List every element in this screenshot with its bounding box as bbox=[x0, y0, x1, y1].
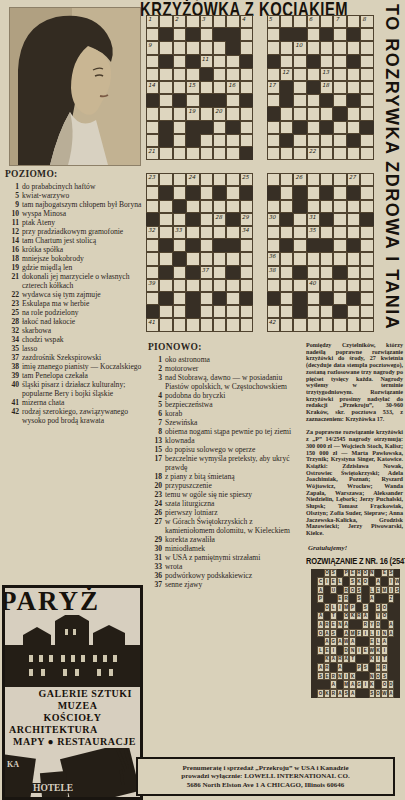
grid-cell bbox=[280, 279, 293, 292]
grid-cell bbox=[280, 173, 293, 186]
cell-number: 16 bbox=[228, 82, 235, 88]
cell-number: 36 bbox=[269, 253, 276, 259]
clue-number: 18 bbox=[5, 254, 19, 263]
cell-number: 25 bbox=[242, 174, 249, 180]
grid-cell bbox=[253, 41, 266, 54]
grid-cell bbox=[226, 107, 239, 120]
grid-cell bbox=[240, 305, 253, 318]
grid-cell bbox=[213, 226, 226, 239]
grid-cell bbox=[226, 94, 239, 107]
grid-cell bbox=[173, 41, 186, 54]
grid-cell bbox=[173, 213, 186, 226]
clue: 12 przy pradziadkowym gramofonie bbox=[5, 227, 144, 236]
clue-text: Szewińska bbox=[165, 418, 302, 427]
grid-cell bbox=[213, 94, 226, 107]
grid-cell bbox=[320, 226, 333, 239]
grid-cell: 20 bbox=[213, 107, 226, 120]
clue-text: tam najbogatszym chłopem był Boryna bbox=[22, 200, 144, 209]
grid-cell bbox=[159, 200, 172, 213]
congrats-note: Gratulujemy! bbox=[308, 544, 403, 552]
clue-number: 20 bbox=[148, 481, 162, 490]
grid-cell bbox=[173, 55, 186, 68]
clue-text: podobna do bryczki bbox=[165, 391, 302, 400]
ad-item-koscioly: KOŚCIOŁY bbox=[5, 712, 140, 724]
clue-number: 3 bbox=[148, 373, 162, 391]
grid-cell: 3 bbox=[200, 15, 213, 28]
grid-cell bbox=[267, 186, 280, 199]
clue-number: 11 bbox=[5, 218, 19, 227]
grid-cell bbox=[333, 318, 346, 331]
clue-number: 5 bbox=[5, 191, 19, 200]
grid-cell bbox=[240, 239, 253, 252]
grid-cell bbox=[360, 41, 373, 54]
clue-text: chodzi wspak bbox=[22, 335, 144, 344]
grid-cell bbox=[146, 305, 159, 318]
clue-text: śląski pisarz i działacz kulturalny; pop… bbox=[22, 380, 144, 398]
clue-text: przypuszczenie bbox=[165, 481, 302, 490]
grid-cell: 4 bbox=[240, 15, 253, 28]
ad-item-hotele: HOTELE bbox=[29, 783, 77, 793]
cell-number: 17 bbox=[269, 82, 276, 88]
grid-cell bbox=[200, 41, 213, 54]
grid-cell bbox=[347, 15, 360, 28]
solution-cell bbox=[394, 603, 400, 612]
clue-number: 18 bbox=[148, 472, 162, 481]
clue-number: 27 bbox=[148, 517, 162, 535]
grid-cell bbox=[280, 28, 293, 41]
grid-cell bbox=[253, 200, 266, 213]
clue-number: 42 bbox=[5, 407, 19, 425]
portrait-photo bbox=[10, 8, 140, 165]
grid-cell bbox=[267, 68, 280, 81]
grid-cell bbox=[240, 147, 253, 160]
clue-number: 23 bbox=[148, 490, 162, 499]
grid-cell bbox=[320, 28, 333, 41]
clue-text: nad Stobrawą, dawno — w posiadaniu Piast… bbox=[165, 373, 302, 391]
grid-cell bbox=[360, 134, 373, 147]
grid-cell bbox=[173, 318, 186, 331]
grid-cell bbox=[293, 134, 306, 147]
ad-title: PARYŻ bbox=[2, 588, 140, 615]
grid-cell bbox=[186, 15, 199, 28]
grid-cell bbox=[200, 305, 213, 318]
grid-cell bbox=[293, 239, 306, 252]
clue-text: ptak Ateny bbox=[22, 218, 144, 227]
grid-cell bbox=[173, 68, 186, 81]
clue: 20 przypuszczenie bbox=[148, 481, 302, 490]
grid-cell bbox=[213, 15, 226, 28]
across-header: POZIOMO: bbox=[5, 169, 144, 179]
clue: 40 śląski pisarz i działacz kulturalny; … bbox=[5, 380, 144, 398]
grid-cell bbox=[186, 318, 199, 331]
grid-cell bbox=[200, 81, 213, 94]
grid-cell bbox=[159, 81, 172, 94]
grid-cell bbox=[213, 292, 226, 305]
clue-text: wydawca się tym zajmuje bbox=[22, 290, 144, 299]
clue-number: 37 bbox=[148, 580, 162, 589]
grid-cell bbox=[159, 213, 172, 226]
grid-cell bbox=[267, 173, 280, 186]
grid-cell bbox=[293, 107, 306, 120]
grid-cell bbox=[226, 213, 239, 226]
grid-cell bbox=[333, 147, 346, 160]
grid-cell bbox=[307, 305, 320, 318]
grid-cell bbox=[240, 292, 253, 305]
grid-cell bbox=[159, 252, 172, 265]
grid-cell bbox=[307, 173, 320, 186]
grid-cell: 10 bbox=[293, 41, 306, 54]
grid-cell bbox=[200, 239, 213, 252]
clue-number: 25 bbox=[5, 308, 19, 317]
clue-text: przy pradziadkowym gramofonie bbox=[22, 227, 144, 236]
grid-cell: 26 bbox=[293, 173, 306, 186]
grid-cell bbox=[159, 226, 172, 239]
clue-number: 19 bbox=[5, 263, 19, 272]
grid-cell bbox=[360, 239, 373, 252]
vertical-slogan-text: TO ROZRYWKA ZDROWA I TANIA bbox=[381, 4, 402, 330]
grid-cell bbox=[320, 173, 333, 186]
cell-number: 19 bbox=[188, 108, 195, 114]
cell-number: 26 bbox=[295, 174, 302, 180]
grid-cell: 17 bbox=[267, 81, 280, 94]
grid-cell bbox=[320, 252, 333, 265]
grid-cell bbox=[240, 186, 253, 199]
grid-cell bbox=[186, 160, 199, 173]
grid-cell bbox=[253, 186, 266, 199]
grid-cell bbox=[240, 279, 253, 292]
grid-cell bbox=[280, 292, 293, 305]
cell-number: 20 bbox=[215, 108, 222, 114]
grid-cell bbox=[293, 147, 306, 160]
grid-cell bbox=[320, 41, 333, 54]
clue: 41 mizerna chata bbox=[5, 398, 144, 407]
clue-number: 39 bbox=[5, 371, 19, 380]
grid-cell bbox=[253, 173, 266, 186]
clue-number: 6 bbox=[148, 409, 162, 418]
cell-number: 35 bbox=[309, 227, 316, 233]
grid-cell bbox=[146, 134, 159, 147]
clue-number: 33 bbox=[148, 562, 162, 571]
grid-cell bbox=[333, 107, 346, 120]
clue-text: kwiat-warzywo bbox=[22, 191, 144, 200]
clue-number: 37 bbox=[5, 353, 19, 362]
grid-cell bbox=[159, 305, 172, 318]
clue: 37 zazdrośnik Szekspirowski bbox=[5, 353, 144, 362]
grid-cell bbox=[253, 134, 266, 147]
solution-cell bbox=[394, 663, 400, 672]
clue: 2 motorower bbox=[148, 364, 302, 373]
clue-number: 17 bbox=[148, 454, 162, 472]
clue: 37 senne zjawy bbox=[148, 580, 302, 589]
grid-cell bbox=[173, 186, 186, 199]
grid-cell bbox=[186, 121, 199, 134]
grid-cell bbox=[267, 134, 280, 147]
grid-cell bbox=[253, 68, 266, 81]
grid-cell bbox=[360, 107, 373, 120]
grid-cell bbox=[360, 292, 373, 305]
clue-text: do popisu solowego w operze bbox=[165, 445, 302, 454]
clue: 29 korekta zawaliła bbox=[148, 535, 302, 544]
cell-number: 10 bbox=[295, 42, 302, 48]
clue: 18 z piany z bitą śmietaną bbox=[148, 472, 302, 481]
grid-cell bbox=[200, 173, 213, 186]
grid-cell bbox=[200, 68, 213, 81]
grid-cell bbox=[213, 121, 226, 134]
grid-cell bbox=[213, 160, 226, 173]
grid-cell bbox=[146, 94, 159, 107]
grid-cell bbox=[253, 107, 266, 120]
grid-cell bbox=[159, 266, 172, 279]
grid-cell bbox=[307, 41, 320, 54]
clue: 1 oko astronoma bbox=[148, 355, 302, 364]
grid-cell: 16 bbox=[226, 81, 239, 94]
grid-cell bbox=[360, 160, 373, 173]
cell-number: 14 bbox=[148, 82, 155, 88]
grid-cell bbox=[253, 266, 266, 279]
grid-cell bbox=[347, 213, 360, 226]
ad-item-galerie-sztuki: GALERIE SZTUKI bbox=[5, 688, 140, 700]
grid-cell bbox=[253, 121, 266, 134]
grid-cell: 14 bbox=[146, 81, 159, 94]
grid-cell: 19 bbox=[186, 107, 199, 120]
grid-cell bbox=[333, 200, 346, 213]
grid-cell bbox=[333, 134, 346, 147]
grid-cell bbox=[253, 305, 266, 318]
clue: 4 podobna do bryczki bbox=[148, 391, 302, 400]
grid-cell bbox=[293, 318, 306, 331]
grid-cell bbox=[226, 55, 239, 68]
grid-cell bbox=[347, 318, 360, 331]
grid-cell bbox=[347, 68, 360, 81]
clue-number: 32 bbox=[5, 326, 19, 335]
grid-cell bbox=[347, 226, 360, 239]
grid-cell bbox=[267, 239, 280, 252]
grid-cell bbox=[213, 134, 226, 147]
solution-cell: W bbox=[394, 577, 400, 586]
clue-number: 7 bbox=[148, 418, 162, 427]
clue-text: skarbowa bbox=[22, 326, 144, 335]
grid-cell bbox=[347, 266, 360, 279]
grid-cell bbox=[293, 292, 306, 305]
cell-number: 24 bbox=[188, 174, 195, 180]
grid-cell bbox=[240, 81, 253, 94]
grid-cell bbox=[226, 134, 239, 147]
grid-cell bbox=[226, 226, 239, 239]
grid-cell bbox=[280, 266, 293, 279]
grid-cell bbox=[360, 121, 373, 134]
grid-cell bbox=[320, 121, 333, 134]
clue: 36 podwórkowy podskakiewicz bbox=[148, 571, 302, 580]
grid-cell bbox=[293, 279, 306, 292]
clue-number: 14 bbox=[5, 236, 19, 245]
clue: 14 tam Chartum jest stolicą bbox=[5, 236, 144, 245]
grid-cell bbox=[240, 55, 253, 68]
clue: 35 lasso bbox=[5, 344, 144, 353]
clue-text: tam Chartum jest stolicą bbox=[22, 236, 144, 245]
grid-cell bbox=[213, 318, 226, 331]
clue: 17 bezczelnie wymyśla preteksty, aby ukr… bbox=[148, 454, 302, 472]
grid-cell bbox=[280, 318, 293, 331]
grid-cell bbox=[333, 213, 346, 226]
grid-cell bbox=[280, 186, 293, 199]
solution-grid: OSPERONESCIELSKOAIWAUROSLEMISPERSAZOLIMP… bbox=[311, 569, 403, 698]
clue-text: szata liturgiczna bbox=[165, 499, 302, 508]
clue-number: 23 bbox=[5, 299, 19, 308]
cell-number: 4 bbox=[242, 16, 246, 22]
grid-cell bbox=[226, 318, 239, 331]
grid-cell bbox=[213, 68, 226, 81]
grid-cell bbox=[333, 121, 346, 134]
grid-cell: 25 bbox=[240, 173, 253, 186]
grid-cell bbox=[213, 279, 226, 292]
grid-cell bbox=[267, 147, 280, 160]
cell-number: 13 bbox=[322, 69, 329, 75]
grid-cell bbox=[159, 94, 172, 107]
grid-cell bbox=[320, 292, 333, 305]
cell-number: 11 bbox=[202, 56, 209, 62]
clue-text: gdzie międlą len bbox=[22, 263, 144, 272]
grid-cell bbox=[146, 252, 159, 265]
grid-cell bbox=[226, 68, 239, 81]
grid-cell bbox=[240, 160, 253, 173]
grid-cell bbox=[159, 15, 172, 28]
clue-text: z piany z bitą śmietaną bbox=[165, 472, 302, 481]
cell-number: 27 bbox=[349, 174, 356, 180]
grid-cell bbox=[213, 28, 226, 41]
grid-cell bbox=[320, 305, 333, 318]
grid-cell bbox=[280, 226, 293, 239]
grid-cell bbox=[240, 41, 253, 54]
grid-cell bbox=[280, 252, 293, 265]
clue-text: miniodłamek bbox=[165, 544, 302, 553]
clue: 10 wyspa Minosa bbox=[5, 209, 144, 218]
grid-cell bbox=[186, 200, 199, 213]
grid-cell bbox=[200, 213, 213, 226]
clue-number: 1 bbox=[148, 355, 162, 364]
grid-cell bbox=[253, 318, 266, 331]
clue: 38 imię znanego pianisty — Koczalskiego bbox=[5, 362, 144, 371]
grid-cell bbox=[253, 226, 266, 239]
cell-number: 6 bbox=[309, 16, 313, 22]
clue-number: 12 bbox=[5, 227, 19, 236]
clue-text: zazdrośnik Szekspirowski bbox=[22, 353, 144, 362]
cell-number: 8 bbox=[362, 16, 366, 22]
clue: 5 kwiat-warzywo bbox=[5, 191, 144, 200]
clue: 6 korab bbox=[148, 409, 302, 418]
grid-cell bbox=[226, 186, 239, 199]
clue: 26 pierwszy lotniarz bbox=[148, 508, 302, 517]
grid-cell bbox=[293, 81, 306, 94]
grid-cell bbox=[146, 68, 159, 81]
clue-text: korab bbox=[165, 409, 302, 418]
grid-cell bbox=[253, 292, 266, 305]
solution-cell bbox=[394, 655, 400, 664]
grid-cell bbox=[360, 252, 373, 265]
grid-cell bbox=[333, 292, 346, 305]
grid-cell bbox=[307, 94, 320, 107]
clue: 23 temu w ogóle się nie spieszy bbox=[148, 490, 302, 499]
grid-cell bbox=[240, 107, 253, 120]
grid-cell bbox=[240, 266, 253, 279]
grid-cell bbox=[146, 213, 159, 226]
clue-number: 38 bbox=[5, 362, 19, 371]
clue-number: 36 bbox=[148, 571, 162, 580]
grid-cell bbox=[173, 121, 186, 134]
grid-cell bbox=[213, 173, 226, 186]
grid-cell bbox=[186, 213, 199, 226]
cell-number: 39 bbox=[148, 280, 155, 286]
clue-text: senne zjawy bbox=[165, 580, 302, 589]
cell-number: 28 bbox=[215, 214, 222, 220]
grid-cell bbox=[173, 160, 186, 173]
cell-number: 32 bbox=[148, 227, 155, 233]
crossword-grid: 1234567891011121314151617181920212223242… bbox=[146, 15, 374, 332]
clue-number: 21 bbox=[5, 272, 19, 290]
solution-cell bbox=[394, 629, 400, 638]
grid-cell bbox=[293, 226, 306, 239]
clue-text: klownada bbox=[165, 436, 302, 445]
clue-number: 34 bbox=[5, 335, 19, 344]
grid-cell bbox=[320, 134, 333, 147]
grid-cell bbox=[159, 55, 172, 68]
grid-cell bbox=[253, 160, 266, 173]
cell-number: 3 bbox=[202, 16, 206, 22]
grid-cell bbox=[280, 160, 293, 173]
grid-cell bbox=[213, 41, 226, 54]
clue: 21 dokonali jej marzyciele o własnych cz… bbox=[5, 272, 144, 290]
grid-cell bbox=[333, 252, 346, 265]
grid-cell bbox=[200, 94, 213, 107]
grid-cell bbox=[320, 200, 333, 213]
grid-cell: 15 bbox=[186, 81, 199, 94]
clue-number: 41 bbox=[5, 398, 19, 407]
grid-cell bbox=[186, 266, 199, 279]
grid-cell bbox=[186, 226, 199, 239]
cell-number: 2 bbox=[175, 16, 179, 22]
grid-cell bbox=[186, 147, 199, 160]
clue: 13 klownada bbox=[148, 436, 302, 445]
clue: 33 wrota bbox=[148, 562, 302, 571]
footer-line: Prenumeratę i sprzedaż „Przekroju” w USA… bbox=[183, 764, 349, 773]
clue: 8 obiema nogami stąpa pewnie po tej ziem… bbox=[148, 427, 302, 436]
grid-cell bbox=[347, 55, 360, 68]
grid-cell bbox=[173, 81, 186, 94]
grid-cell bbox=[200, 200, 213, 213]
clue-number: 9 bbox=[5, 200, 19, 209]
clue: 31 w USA z pamiętnymi strzałami bbox=[148, 553, 302, 562]
grid-cell bbox=[200, 252, 213, 265]
clue-text: korekta zawaliła bbox=[165, 535, 302, 544]
cell-number: 23 bbox=[148, 174, 155, 180]
grid-cell bbox=[146, 186, 159, 199]
grid-cell bbox=[253, 55, 266, 68]
grid-cell: 2 bbox=[173, 15, 186, 28]
grid-cell bbox=[347, 147, 360, 160]
grid-cell bbox=[173, 305, 186, 318]
grid-cell bbox=[280, 200, 293, 213]
portrait-art bbox=[10, 8, 140, 165]
submission-notice: Pomiędzy Czytelników, którzy nadeślą pop… bbox=[306, 342, 403, 422]
grid-cell: 42 bbox=[267, 318, 280, 331]
grid-cell bbox=[200, 226, 213, 239]
grid-cell: 36 bbox=[267, 252, 280, 265]
clue-text: tam Penelopa czekała bbox=[22, 371, 144, 380]
grid-cell bbox=[173, 94, 186, 107]
clue-text: dokonali jej marzyciele o własnych czter… bbox=[22, 272, 144, 290]
grid-cell bbox=[320, 186, 333, 199]
clue-text: mniejsze bokobrody bbox=[22, 254, 144, 263]
cell-number: 9 bbox=[148, 42, 152, 48]
